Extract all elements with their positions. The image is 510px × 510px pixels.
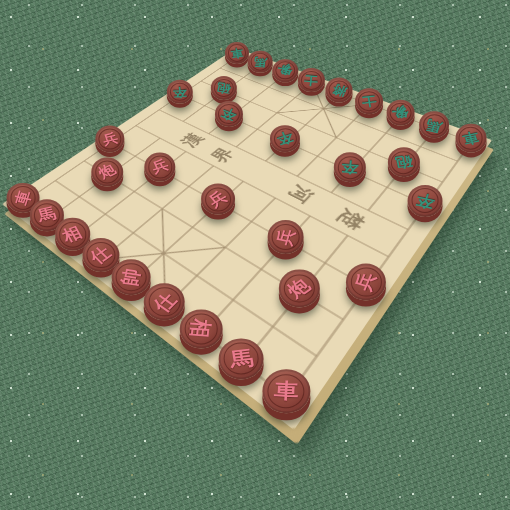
piece-green-horse[interactable]: 馬	[248, 50, 273, 73]
piece-red-soldier[interactable]: 兵	[144, 153, 175, 182]
glyph-general: 將	[330, 83, 348, 98]
piece-red-horse[interactable]: 馬	[219, 338, 264, 379]
pieces-layer: 車馬象士將士象馬車砲砲卒卒卒卒卒兵兵兵兵兵炮炮車馬相仕帥仕相馬車	[0, 0, 510, 510]
glyph-chariot: 車	[273, 381, 299, 403]
glyph-cannon: 炮	[96, 163, 118, 182]
piece-green-cannon[interactable]: 砲	[387, 148, 419, 178]
glyph-chariot: 車	[13, 189, 34, 207]
piece-red-general[interactable]: 帥	[112, 260, 151, 296]
piece-green-cannon[interactable]: 砲	[211, 76, 237, 100]
piece-green-soldier[interactable]: 卒	[334, 152, 366, 182]
piece-green-horse[interactable]: 馬	[419, 111, 449, 138]
scene: 漢界河楚 車馬象士將士象馬車砲砲卒卒卒卒卒兵兵兵兵兵炮炮車馬相仕帥仕相馬車	[0, 0, 510, 510]
piece-red-cannon[interactable]: 炮	[92, 157, 123, 186]
glyph-soldier: 卒	[219, 106, 238, 122]
glyph-horse: 馬	[425, 117, 444, 133]
glyph-soldier: 兵	[206, 189, 231, 210]
glyph-chariot: 車	[230, 47, 244, 59]
glyph-advisor: 士	[304, 74, 319, 86]
glyph-soldier: 卒	[341, 160, 359, 175]
glyph-advisor: 仕	[87, 244, 114, 267]
glyph-soldier: 兵	[101, 131, 120, 147]
glyph-advisor: 仕	[150, 289, 180, 314]
glyph-elephant: 象	[277, 63, 294, 77]
piece-green-elephant[interactable]: 象	[272, 59, 297, 82]
piece-red-elephant[interactable]: 相	[180, 309, 223, 348]
piece-green-soldier[interactable]: 卒	[167, 80, 193, 104]
piece-red-chariot[interactable]: 車	[263, 370, 310, 413]
piece-green-soldier[interactable]: 卒	[215, 101, 243, 127]
glyph-chariot: 車	[461, 130, 481, 147]
piece-red-soldier[interactable]: 兵	[201, 184, 235, 215]
glyph-advisor: 士	[361, 94, 377, 108]
glyph-cannon: 砲	[216, 81, 232, 94]
glyph-soldier: 卒	[172, 86, 187, 98]
piece-red-soldier[interactable]: 兵	[346, 263, 386, 300]
piece-green-soldier[interactable]: 卒	[408, 185, 443, 217]
piece-red-soldier[interactable]: 兵	[267, 220, 304, 254]
piece-green-general[interactable]: 將	[326, 78, 353, 103]
glyph-cannon: 砲	[394, 154, 413, 170]
piece-red-cannon[interactable]: 炮	[279, 270, 319, 307]
piece-green-chariot[interactable]: 車	[455, 124, 486, 152]
glyph-soldier: 兵	[274, 227, 297, 247]
piece-red-advisor[interactable]: 仕	[82, 238, 119, 272]
piece-red-soldier[interactable]: 兵	[95, 126, 124, 153]
piece-green-advisor[interactable]: 士	[355, 88, 383, 114]
glyph-elephant: 相	[189, 319, 213, 339]
glyph-horse: 馬	[36, 206, 58, 224]
glyph-horse: 馬	[253, 56, 267, 68]
glyph-cannon: 炮	[285, 276, 315, 301]
glyph-soldier: 卒	[414, 191, 436, 210]
glyph-elephant: 象	[390, 104, 410, 121]
glyph-soldier: 兵	[150, 158, 171, 176]
glyph-soldier: 卒	[275, 130, 295, 147]
piece-green-advisor[interactable]: 士	[298, 68, 324, 92]
piece-red-advisor[interactable]: 仕	[144, 283, 185, 320]
glyph-elephant: 相	[60, 224, 85, 245]
piece-green-chariot[interactable]: 車	[225, 42, 249, 64]
glyph-soldier: 兵	[353, 271, 380, 293]
piece-green-soldier[interactable]: 卒	[270, 125, 300, 153]
piece-green-elephant[interactable]: 象	[386, 99, 415, 126]
glyph-horse: 馬	[228, 347, 254, 369]
glyph-general: 帥	[119, 268, 142, 288]
